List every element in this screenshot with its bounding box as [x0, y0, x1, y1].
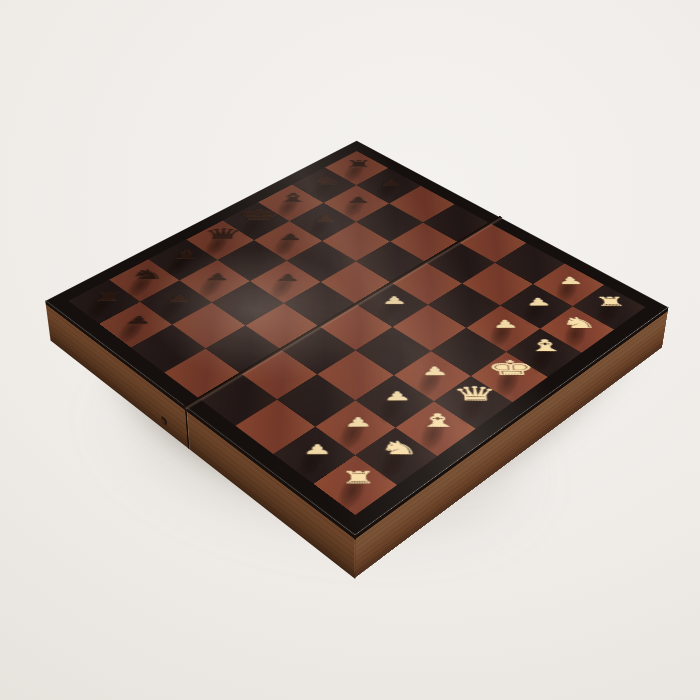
piece-black-rook-h8[interactable]: ♜ [344, 137, 372, 169]
scene: ♜♞♝♛♚♝♞♜♟♟♟♟♟♟♟♟♟♟♟♟♟♟♟♟♜♞♝♛♚♝♞♜ [0, 0, 700, 700]
chessboard-grid: ♜♞♝♛♚♝♞♜♟♟♟♟♟♟♟♟♟♟♟♟♟♟♟♟♜♞♝♛♚♝♞♜ [68, 151, 645, 515]
square-c5[interactable] [246, 303, 319, 349]
piece-white-pawn-e4[interactable]: ♟ [381, 276, 408, 306]
photo-background: ♜♞♝♛♚♝♞♜♟♟♟♟♟♟♟♟♟♟♟♟♟♟♟♟♜♞♝♛♚♝♞♜ [0, 0, 700, 700]
piece-white-pawn-h2[interactable]: ♟ [558, 256, 584, 286]
piece-black-rook-a8[interactable]: ♜ [90, 267, 122, 303]
chessboard: ♜♞♝♛♚♝♞♜♟♟♟♟♟♟♟♟♟♟♟♟♟♟♟♟♜♞♝♛♚♝♞♜ [46, 141, 668, 535]
piece-white-rook-h1[interactable]: ♜ [595, 272, 627, 308]
box-fold-seam-side [185, 406, 189, 449]
piece-black-knight-b8[interactable]: ♞ [128, 241, 164, 281]
piece-black-bishop-c8[interactable]: ♝ [166, 219, 203, 260]
piece-black-pawn-h7[interactable]: ♟ [379, 160, 403, 187]
board-surface: ♜♞♝♛♚♝♞♜♟♟♟♟♟♟♟♟♟♟♟♟♟♟♟♟♜♞♝♛♚♝♞♜ [46, 141, 668, 535]
clasp-pin-icon [160, 415, 167, 427]
